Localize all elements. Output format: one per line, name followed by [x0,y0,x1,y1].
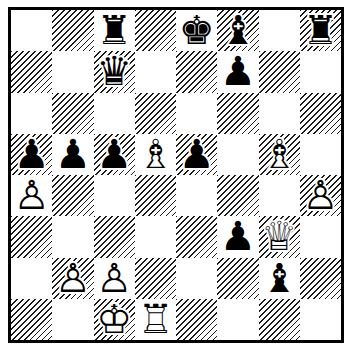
piece-glyph: ♗ [261,134,297,175]
piece-halo: ♜ [137,299,173,340]
piece-glyph: ♜ [302,10,338,51]
piece-white-pawn: ♟♙ [52,258,93,299]
square-d3[interactable] [135,216,176,257]
square-c1[interactable]: ♚♔ [94,299,135,340]
piece-halo: ♟ [220,216,256,257]
square-e6[interactable] [176,93,217,134]
piece-halo: ♛ [96,51,132,92]
piece-halo: ♟ [96,258,132,299]
square-h7[interactable] [300,51,341,92]
square-c7[interactable]: ♛♛ [94,51,135,92]
piece-glyph: ♙ [96,258,132,299]
square-g8[interactable] [259,10,300,51]
piece-glyph: ♟ [55,134,91,175]
square-h8[interactable]: ♜♜ [300,10,341,51]
piece-halo: ♜ [96,10,132,51]
square-a4[interactable]: ♟♙ [11,175,52,216]
piece-glyph: ♜ [96,10,132,51]
square-e3[interactable] [176,216,217,257]
square-e4[interactable] [176,175,217,216]
piece-glyph: ♖ [137,299,173,340]
piece-black-queen: ♛♛ [94,51,135,92]
piece-white-pawn: ♟♙ [300,175,341,216]
piece-black-rook: ♜♜ [94,10,135,51]
piece-halo: ♟ [96,134,132,175]
square-c4[interactable] [94,175,135,216]
chess-board: ♜♜♚♚♝♝♜♜♛♛♟♟♟♟♟♟♟♟♝♗♟♟♝♗♟♙♟♙♟♟♛♕♟♙♟♙♝♝♚♔… [8,7,344,343]
square-h4[interactable]: ♟♙ [300,175,341,216]
piece-glyph: ♝ [220,10,256,51]
square-a7[interactable] [11,51,52,92]
square-c6[interactable] [94,93,135,134]
piece-white-pawn: ♟♙ [11,175,52,216]
piece-black-king: ♚♚ [176,10,217,51]
square-h5[interactable] [300,134,341,175]
piece-halo: ♝ [261,258,297,299]
square-b5[interactable]: ♟♟ [52,134,93,175]
square-f6[interactable] [217,93,258,134]
square-d1[interactable]: ♜♖ [135,299,176,340]
square-f5[interactable] [217,134,258,175]
square-f2[interactable] [217,258,258,299]
square-a1[interactable] [11,299,52,340]
piece-glyph: ♔ [96,299,132,340]
square-g5[interactable]: ♝♗ [259,134,300,175]
piece-glyph: ♙ [14,175,50,216]
piece-glyph: ♛ [96,51,132,92]
square-b8[interactable] [52,10,93,51]
square-d2[interactable] [135,258,176,299]
square-f7[interactable]: ♟♟ [217,51,258,92]
square-g1[interactable] [259,299,300,340]
piece-glyph: ♟ [179,134,215,175]
piece-halo: ♟ [14,175,50,216]
piece-halo: ♟ [220,51,256,92]
square-a8[interactable] [11,10,52,51]
square-b2[interactable]: ♟♙ [52,258,93,299]
piece-white-king: ♚♔ [94,299,135,340]
piece-halo: ♝ [220,10,256,51]
piece-halo: ♚ [96,299,132,340]
square-f1[interactable] [217,299,258,340]
square-c3[interactable] [94,216,135,257]
square-e1[interactable] [176,299,217,340]
square-h2[interactable] [300,258,341,299]
piece-halo: ♟ [302,175,338,216]
square-b4[interactable] [52,175,93,216]
square-f4[interactable] [217,175,258,216]
square-a2[interactable] [11,258,52,299]
square-c2[interactable]: ♟♙ [94,258,135,299]
square-c5[interactable]: ♟♟ [94,134,135,175]
piece-glyph: ♚ [179,10,215,51]
square-h6[interactable] [300,93,341,134]
piece-black-pawn: ♟♟ [11,134,52,175]
piece-halo: ♛ [261,216,297,257]
square-g3[interactable]: ♛♕ [259,216,300,257]
square-d5[interactable]: ♝♗ [135,134,176,175]
square-e5[interactable]: ♟♟ [176,134,217,175]
square-b3[interactable] [52,216,93,257]
piece-halo: ♟ [179,134,215,175]
piece-glyph: ♙ [55,258,91,299]
piece-glyph: ♟ [96,134,132,175]
piece-glyph: ♝ [261,258,297,299]
square-e7[interactable] [176,51,217,92]
piece-halo: ♝ [261,134,297,175]
piece-white-pawn: ♟♙ [94,258,135,299]
piece-black-bishop: ♝♝ [217,10,258,51]
piece-glyph: ♕ [261,216,297,257]
piece-glyph: ♙ [302,175,338,216]
piece-halo: ♟ [55,258,91,299]
square-b6[interactable] [52,93,93,134]
square-g4[interactable] [259,175,300,216]
piece-halo: ♝ [137,134,173,175]
square-f3[interactable]: ♟♟ [217,216,258,257]
square-g6[interactable] [259,93,300,134]
piece-black-pawn: ♟♟ [176,134,217,175]
square-h3[interactable] [300,216,341,257]
square-a5[interactable]: ♟♟ [11,134,52,175]
piece-glyph: ♟ [14,134,50,175]
piece-glyph: ♟ [220,216,256,257]
square-d7[interactable] [135,51,176,92]
square-e8[interactable]: ♚♚ [176,10,217,51]
square-d8[interactable] [135,10,176,51]
square-f8[interactable]: ♝♝ [217,10,258,51]
piece-halo: ♟ [55,134,91,175]
piece-halo: ♜ [302,10,338,51]
square-g2[interactable]: ♝♝ [259,258,300,299]
square-b1[interactable] [52,299,93,340]
piece-black-pawn: ♟♟ [52,134,93,175]
piece-white-bishop: ♝♗ [135,134,176,175]
square-d4[interactable] [135,175,176,216]
square-d6[interactable] [135,93,176,134]
piece-white-queen: ♛♕ [259,216,300,257]
piece-halo: ♚ [179,10,215,51]
piece-black-pawn: ♟♟ [217,216,258,257]
piece-white-bishop: ♝♗ [259,134,300,175]
square-g7[interactable] [259,51,300,92]
chess-diagram-page: ♜♜♚♚♝♝♜♜♛♛♟♟♟♟♟♟♟♟♝♗♟♟♝♗♟♙♟♙♟♟♛♕♟♙♟♙♝♝♚♔… [0,0,350,350]
piece-glyph: ♟ [220,51,256,92]
square-a3[interactable] [11,216,52,257]
piece-black-bishop: ♝♝ [259,258,300,299]
piece-halo: ♟ [14,134,50,175]
square-a6[interactable] [11,93,52,134]
square-c8[interactable]: ♜♜ [94,10,135,51]
square-h1[interactable] [300,299,341,340]
square-e2[interactable] [176,258,217,299]
piece-black-rook: ♜♜ [300,10,341,51]
piece-black-pawn: ♟♟ [217,51,258,92]
piece-black-pawn: ♟♟ [94,134,135,175]
square-b7[interactable] [52,51,93,92]
piece-glyph: ♗ [137,134,173,175]
piece-white-rook: ♜♖ [135,299,176,340]
